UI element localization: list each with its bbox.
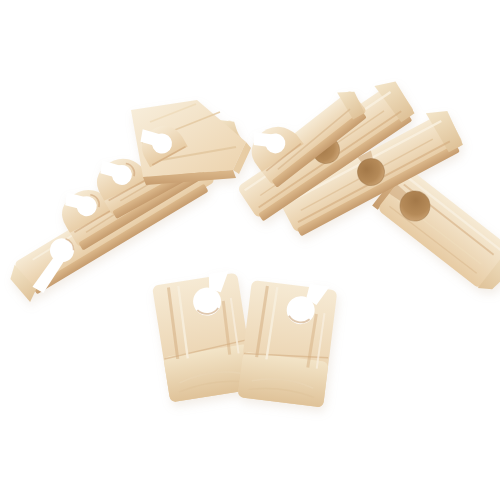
front-right-keyhole-piece <box>238 277 338 408</box>
product-photo <box>0 0 500 500</box>
wooden-track-adapters-photo <box>0 0 500 500</box>
